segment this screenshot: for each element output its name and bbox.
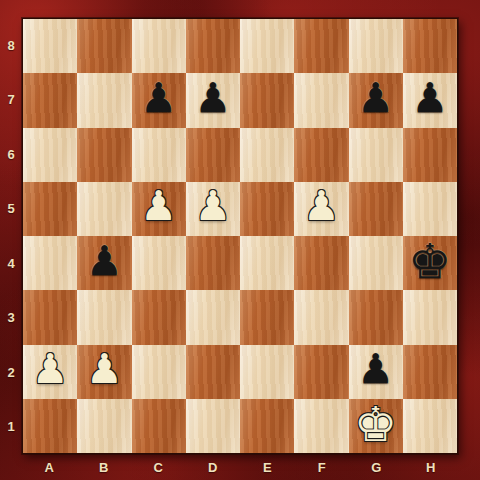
rank-label-2: 2 (0, 345, 22, 400)
square-e4[interactable] (240, 236, 294, 290)
square-d5[interactable]: ♟ (186, 182, 240, 236)
black-pawn-d7[interactable]: ♟ (194, 78, 231, 119)
square-d2[interactable] (186, 345, 240, 399)
square-a1[interactable] (23, 399, 77, 453)
square-g8[interactable] (349, 19, 403, 73)
square-f2[interactable] (294, 345, 348, 399)
square-g4[interactable] (349, 236, 403, 290)
file-label-g: G (349, 454, 404, 480)
square-g6[interactable] (349, 128, 403, 182)
square-a6[interactable] (23, 128, 77, 182)
square-c6[interactable] (132, 128, 186, 182)
square-f7[interactable] (294, 73, 348, 127)
file-labels: ABCDEFGH (22, 454, 458, 480)
square-c8[interactable] (132, 19, 186, 73)
square-g1[interactable]: ♚ (349, 399, 403, 453)
square-d6[interactable] (186, 128, 240, 182)
square-e2[interactable] (240, 345, 294, 399)
white-pawn-c5[interactable]: ♟ (140, 186, 177, 227)
square-d7[interactable]: ♟ (186, 73, 240, 127)
square-c1[interactable] (132, 399, 186, 453)
square-a5[interactable] (23, 182, 77, 236)
square-b8[interactable] (77, 19, 131, 73)
chessboard: ♟♟♟♟♟♟♟♟♚♟♟♟♚ (22, 18, 458, 454)
black-king-h4[interactable]: ♚ (408, 237, 451, 285)
square-b1[interactable] (77, 399, 131, 453)
file-label-b: B (77, 454, 132, 480)
square-a4[interactable] (23, 236, 77, 290)
square-e3[interactable] (240, 290, 294, 344)
square-g2[interactable]: ♟ (349, 345, 403, 399)
square-a8[interactable] (23, 19, 77, 73)
square-f4[interactable] (294, 236, 348, 290)
file-label-a: A (22, 454, 77, 480)
square-f3[interactable] (294, 290, 348, 344)
square-e6[interactable] (240, 128, 294, 182)
square-h5[interactable] (403, 182, 457, 236)
square-e5[interactable] (240, 182, 294, 236)
square-d4[interactable] (186, 236, 240, 290)
square-f8[interactable] (294, 19, 348, 73)
white-pawn-b2[interactable]: ♟ (86, 349, 123, 390)
square-c5[interactable]: ♟ (132, 182, 186, 236)
rank-label-5: 5 (0, 182, 22, 237)
square-b5[interactable] (77, 182, 131, 236)
square-b4[interactable]: ♟ (77, 236, 131, 290)
square-h1[interactable] (403, 399, 457, 453)
square-e7[interactable] (240, 73, 294, 127)
square-h7[interactable]: ♟ (403, 73, 457, 127)
file-label-d: D (186, 454, 241, 480)
square-e8[interactable] (240, 19, 294, 73)
square-h3[interactable] (403, 290, 457, 344)
square-g7[interactable]: ♟ (349, 73, 403, 127)
square-c4[interactable] (132, 236, 186, 290)
square-h4[interactable]: ♚ (403, 236, 457, 290)
square-g5[interactable] (349, 182, 403, 236)
square-a3[interactable] (23, 290, 77, 344)
square-a7[interactable] (23, 73, 77, 127)
rank-label-3: 3 (0, 291, 22, 346)
square-d3[interactable] (186, 290, 240, 344)
square-h8[interactable] (403, 19, 457, 73)
file-label-f: F (295, 454, 350, 480)
square-a2[interactable]: ♟ (23, 345, 77, 399)
square-c2[interactable] (132, 345, 186, 399)
square-h6[interactable] (403, 128, 457, 182)
square-d1[interactable] (186, 399, 240, 453)
white-pawn-f5[interactable]: ♟ (303, 186, 340, 227)
square-g3[interactable] (349, 290, 403, 344)
white-pawn-d5[interactable]: ♟ (194, 186, 231, 227)
square-e1[interactable] (240, 399, 294, 453)
square-f5[interactable]: ♟ (294, 182, 348, 236)
rank-label-4: 4 (0, 236, 22, 291)
square-c3[interactable] (132, 290, 186, 344)
black-pawn-g2[interactable]: ♟ (357, 349, 394, 390)
white-pawn-a2[interactable]: ♟ (32, 349, 69, 390)
rank-label-6: 6 (0, 127, 22, 182)
square-c7[interactable]: ♟ (132, 73, 186, 127)
square-d8[interactable] (186, 19, 240, 73)
square-f1[interactable] (294, 399, 348, 453)
black-pawn-c7[interactable]: ♟ (140, 78, 177, 119)
square-b6[interactable] (77, 128, 131, 182)
white-king-g1[interactable]: ♚ (354, 400, 397, 448)
rank-labels: 87654321 (0, 18, 22, 454)
file-label-h: H (404, 454, 459, 480)
rank-label-7: 7 (0, 73, 22, 128)
square-b7[interactable] (77, 73, 131, 127)
black-pawn-h7[interactable]: ♟ (411, 78, 448, 119)
square-b2[interactable]: ♟ (77, 345, 131, 399)
chess-diagram: ♟♟♟♟♟♟♟♟♚♟♟♟♚ 87654321 ABCDEFGH (0, 0, 480, 480)
rank-label-8: 8 (0, 18, 22, 73)
black-pawn-g7[interactable]: ♟ (357, 78, 394, 119)
file-label-c: C (131, 454, 186, 480)
rank-label-1: 1 (0, 400, 22, 455)
square-b3[interactable] (77, 290, 131, 344)
black-pawn-b4[interactable]: ♟ (86, 241, 123, 282)
square-f6[interactable] (294, 128, 348, 182)
file-label-e: E (240, 454, 295, 480)
square-h2[interactable] (403, 345, 457, 399)
